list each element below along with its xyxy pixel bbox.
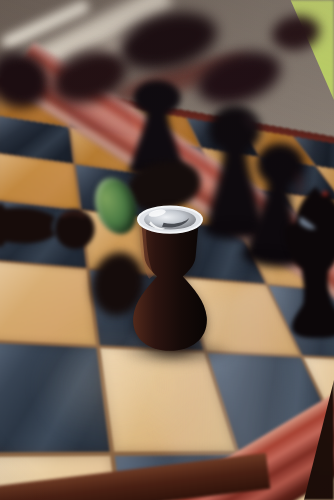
knight-red-glint	[322, 191, 327, 196]
chess-photo-scene	[0, 0, 334, 500]
piece-pawn-d4-hero	[122, 194, 218, 362]
piece-pawn-a4-fallen	[0, 192, 108, 258]
piece-knight-g6	[283, 185, 334, 341]
square-c4	[0, 261, 96, 345]
square-c3	[0, 342, 110, 452]
